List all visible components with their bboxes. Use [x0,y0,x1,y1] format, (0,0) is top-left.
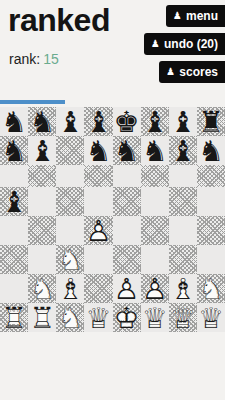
square-b8[interactable]: ♞ [28,107,56,136]
piece-black-knight[interactable]: ♞ [85,137,111,166]
scores-button[interactable]: ♟ scores [159,61,225,83]
piece-black-knight[interactable]: ♞ [29,108,55,137]
square-a4[interactable] [0,216,28,245]
square-c3[interactable]: ♞♘ [56,245,84,274]
square-f2[interactable]: ♟♙ [141,274,169,303]
square-b7[interactable]: ♝ [28,136,56,165]
piece-outline: ♕ [170,301,196,335]
really-bad-chess-app: ranked rank:15 ♟ menu ♟ undo (20) ♟ scor… [0,0,225,400]
square-h5[interactable] [197,187,225,216]
square-h4[interactable] [197,216,225,245]
piece-white-queen[interactable]: ♛♕ [198,304,224,333]
square-e1[interactable]: ♚♔ [113,303,141,332]
square-f3[interactable] [141,245,169,274]
piece-black-bishop[interactable]: ♝ [142,108,168,137]
square-d2[interactable] [84,274,112,303]
piece-black-bishop[interactable]: ♝ [170,137,196,166]
piece-white-bishop[interactable]: ♝♗ [57,275,83,304]
piece-white-queen[interactable]: ♛♕ [142,304,168,333]
piece-outline: ♙ [85,214,111,248]
square-g3[interactable] [169,245,197,274]
square-g1[interactable]: ♛♕ [169,303,197,332]
piece-white-queen[interactable]: ♛♕ [170,304,196,333]
piece-black-king[interactable]: ♚ [114,108,140,137]
piece-white-queen[interactable]: ♛♕ [85,304,111,333]
square-b3[interactable] [28,245,56,274]
rank-value: 15 [43,51,59,67]
square-g8[interactable]: ♝ [169,107,197,136]
square-f6[interactable] [141,165,169,187]
square-b5[interactable] [28,187,56,216]
piece-white-rook[interactable]: ♜♖ [1,304,27,333]
square-g7[interactable]: ♝ [169,136,197,165]
square-a8[interactable]: ♞ [0,107,28,136]
square-h2[interactable]: ♞♘ [197,274,225,303]
menu-button[interactable]: ♟ menu [166,5,225,27]
piece-white-pawn[interactable]: ♟♙ [114,275,140,304]
square-a3[interactable] [0,245,28,274]
piece-white-king[interactable]: ♚♔ [114,304,140,333]
piece-black-bishop[interactable]: ♝ [29,137,55,166]
piece-white-knight[interactable]: ♞♘ [57,304,83,333]
pawn-icon: ♟ [173,11,182,21]
progress-fill [0,100,65,104]
pawn-icon: ♟ [151,39,160,49]
page-title: ranked [8,2,110,39]
rank-line: rank:15 [9,51,59,67]
piece-white-rook[interactable]: ♜♖ [29,304,55,333]
piece-white-knight[interactable]: ♞♘ [198,275,224,304]
chess-board: ♞♞♝♝♚♝♝♜♞♝♞♞♞♝♞♝♟♙♞♘♞♘♝♗♟♙♟♙♝♗♞♘♜♖♜♖♞♘♛♕… [0,107,225,332]
square-h6[interactable] [197,165,225,187]
square-h8[interactable]: ♜ [197,107,225,136]
square-e6[interactable] [113,165,141,187]
square-e2[interactable]: ♟♙ [113,274,141,303]
piece-white-knight[interactable]: ♞♘ [57,246,83,275]
piece-white-knight[interactable]: ♞♘ [29,275,55,304]
square-e8[interactable]: ♚ [113,107,141,136]
header-buttons: ♟ menu ♟ undo (20) ♟ scores [144,5,225,83]
square-g6[interactable] [169,165,197,187]
square-d1[interactable]: ♛♕ [84,303,112,332]
piece-black-bishop[interactable]: ♝ [57,108,83,137]
piece-white-pawn[interactable]: ♟♙ [85,217,111,246]
piece-black-knight[interactable]: ♞ [1,108,27,137]
square-h1[interactable]: ♛♕ [197,303,225,332]
piece-outline: ♕ [142,301,168,335]
square-f5[interactable] [141,187,169,216]
piece-outline: ♘ [57,301,83,335]
square-b6[interactable] [28,165,56,187]
square-d7[interactable]: ♞ [84,136,112,165]
square-d5[interactable] [84,187,112,216]
piece-black-bishop[interactable]: ♝ [1,188,27,217]
square-c6[interactable] [56,165,84,187]
piece-black-knight[interactable]: ♞ [114,137,140,166]
piece-outline: ♕ [198,301,224,335]
piece-black-knight[interactable]: ♞ [1,137,27,166]
square-a6[interactable] [0,165,28,187]
progress-bar [0,100,225,104]
square-c4[interactable] [56,216,84,245]
pawn-icon: ♟ [166,67,175,77]
square-g2[interactable]: ♝♗ [169,274,197,303]
square-e3[interactable] [113,245,141,274]
square-c8[interactable]: ♝ [56,107,84,136]
menu-button-label: menu [186,9,218,23]
square-c2[interactable]: ♝♗ [56,274,84,303]
square-b4[interactable] [28,216,56,245]
piece-black-bishop[interactable]: ♝ [85,108,111,137]
square-a7[interactable]: ♞ [0,136,28,165]
undo-button[interactable]: ♟ undo (20) [144,33,225,55]
piece-outline: ♔ [114,301,140,335]
square-b1[interactable]: ♜♖ [28,303,56,332]
piece-black-knight[interactable]: ♞ [198,137,224,166]
square-g5[interactable] [169,187,197,216]
piece-black-bishop[interactable]: ♝ [170,108,196,137]
piece-black-knight[interactable]: ♞ [142,137,168,166]
square-e4[interactable] [113,216,141,245]
square-f1[interactable]: ♛♕ [141,303,169,332]
rank-label: rank: [9,51,40,67]
square-h7[interactable]: ♞ [197,136,225,165]
piece-outline: ♖ [1,301,27,335]
square-f4[interactable] [141,216,169,245]
square-c1[interactable]: ♞♘ [56,303,84,332]
scores-button-label: scores [179,65,218,79]
piece-white-pawn[interactable]: ♟♙ [142,275,168,304]
square-e7[interactable]: ♞ [113,136,141,165]
square-d3[interactable] [84,245,112,274]
square-a2[interactable] [0,274,28,303]
square-h3[interactable] [197,245,225,274]
piece-outline: ♖ [29,301,55,335]
square-a1[interactable]: ♜♖ [0,303,28,332]
piece-outline: ♕ [85,301,111,335]
square-d8[interactable]: ♝ [84,107,112,136]
piece-white-bishop[interactable]: ♝♗ [170,275,196,304]
square-d6[interactable] [84,165,112,187]
square-c7[interactable] [56,136,84,165]
square-f7[interactable]: ♞ [141,136,169,165]
square-d4[interactable]: ♟♙ [84,216,112,245]
undo-button-label: undo (20) [164,37,218,51]
square-e5[interactable] [113,187,141,216]
square-c5[interactable] [56,187,84,216]
square-f8[interactable]: ♝ [141,107,169,136]
piece-black-rook[interactable]: ♜ [198,108,224,137]
square-a5[interactable]: ♝ [0,187,28,216]
square-b2[interactable]: ♞♘ [28,274,56,303]
square-g4[interactable] [169,216,197,245]
